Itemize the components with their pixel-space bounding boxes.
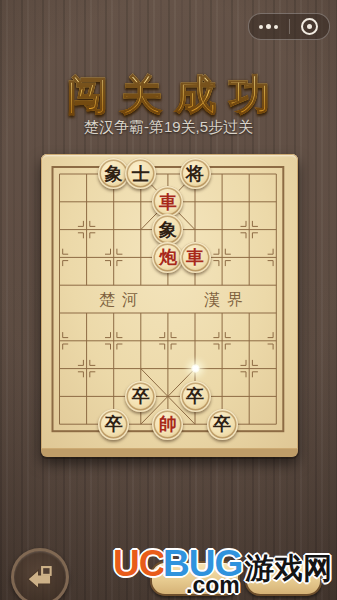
piece-black-general[interactable]: 将 <box>180 158 211 189</box>
piece-glyph: 将 <box>186 165 204 183</box>
xiangqi-board: 楚河 漢界 象士将車象炮車卒卒卒帥卒 <box>41 154 298 457</box>
piece-black-soldier-4[interactable]: 卒 <box>207 409 238 440</box>
piece-black-advisor-1[interactable]: 士 <box>125 158 156 189</box>
circle-target-icon <box>301 18 318 35</box>
highlight-dot <box>191 364 200 373</box>
piece-red-cannon-1[interactable]: 炮 <box>152 242 183 273</box>
level-subtitle: 楚汉争霸-第19关,5步过关 <box>0 118 337 137</box>
piece-red-chariot-1[interactable]: 車 <box>152 186 183 217</box>
piece-glyph: 象 <box>105 165 123 183</box>
piece-glyph: 炮 <box>159 248 177 266</box>
more-dots-icon <box>259 24 278 29</box>
piece-red-chariot-2[interactable]: 車 <box>180 242 211 273</box>
piece-glyph: 卒 <box>132 387 150 405</box>
piece-black-elephant-2[interactable]: 象 <box>152 214 183 245</box>
piece-glyph: 帥 <box>159 415 177 433</box>
piece-black-soldier-2[interactable]: 卒 <box>180 381 211 412</box>
close-button[interactable] <box>290 14 330 39</box>
piece-glyph: 士 <box>132 165 150 183</box>
piece-black-soldier-1[interactable]: 卒 <box>125 381 156 412</box>
piece-glyph: 卒 <box>105 415 123 433</box>
piece-glyph: 象 <box>159 221 177 239</box>
back-button[interactable] <box>11 548 69 600</box>
piece-red-general[interactable]: 帥 <box>152 409 183 440</box>
left-action-button[interactable] <box>150 561 240 596</box>
page-title: 闯关成功 <box>0 68 337 123</box>
right-action-button[interactable] <box>245 561 322 596</box>
return-arrow-icon <box>23 560 57 594</box>
piece-glyph: 卒 <box>213 415 231 433</box>
more-button[interactable] <box>249 14 289 39</box>
piece-glyph: 車 <box>159 193 177 211</box>
app-screen: 闯关成功 楚汉争霸-第19关,5步过关 楚河 漢界 象士将車象炮車卒卒卒帥卒 U… <box>0 0 337 600</box>
piece-black-soldier-3[interactable]: 卒 <box>98 409 129 440</box>
piece-glyph: 車 <box>186 248 204 266</box>
piece-grid: 象士将車象炮車卒卒卒帥卒 <box>46 160 290 438</box>
piece-glyph: 卒 <box>186 387 204 405</box>
wechat-capsule <box>248 13 330 40</box>
